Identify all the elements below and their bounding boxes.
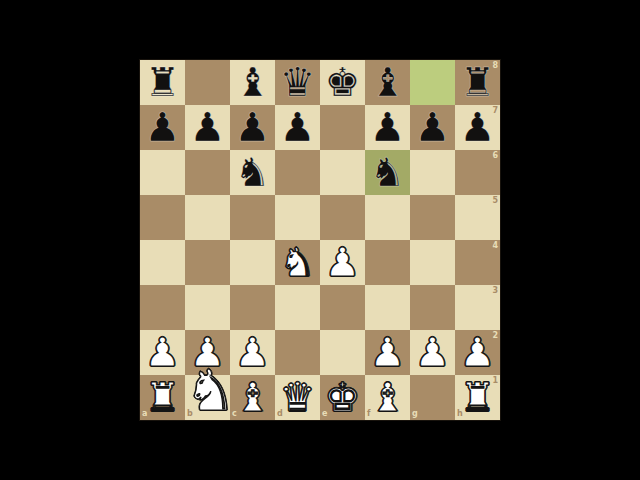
square-e3[interactable]: [320, 285, 365, 330]
white-pawn-a2[interactable]: ♟: [140, 330, 185, 375]
black-queen-d8[interactable]: ♛: [275, 60, 320, 105]
square-h8[interactable]: ♜8: [455, 60, 500, 105]
square-f2[interactable]: ♟: [365, 330, 410, 375]
file-label-a: a: [142, 410, 147, 418]
square-g2[interactable]: ♟: [410, 330, 455, 375]
square-c3[interactable]: [230, 285, 275, 330]
square-g1[interactable]: g: [410, 375, 455, 420]
square-a4[interactable]: [140, 240, 185, 285]
square-b7[interactable]: ♟: [185, 105, 230, 150]
file-label-c: c: [232, 410, 237, 418]
rank-label-2: 2: [492, 332, 498, 340]
square-e7[interactable]: [320, 105, 365, 150]
white-pawn-g2[interactable]: ♟: [410, 330, 455, 375]
rank-label-7: 7: [492, 107, 498, 115]
square-b4[interactable]: [185, 240, 230, 285]
white-knight-b1[interactable]: ♞: [185, 368, 230, 413]
square-d5[interactable]: [275, 195, 320, 240]
square-a7[interactable]: ♟: [140, 105, 185, 150]
square-h6[interactable]: 6: [455, 150, 500, 195]
white-bishop-f1[interactable]: ♝: [365, 375, 410, 420]
rank-label-1: 1: [492, 377, 498, 385]
black-bishop-c8[interactable]: ♝: [230, 60, 275, 105]
square-f5[interactable]: [365, 195, 410, 240]
letterbox-background: ♜♝♛♚♝♜8♟♟♟♟♟♟♟7♞♞65♞♟43♟♟♟♟♟♟2♜a♞b♝c♛d♚e…: [0, 0, 640, 480]
square-a5[interactable]: [140, 195, 185, 240]
file-label-g: g: [412, 410, 418, 418]
square-g5[interactable]: [410, 195, 455, 240]
square-a2[interactable]: ♟: [140, 330, 185, 375]
square-c5[interactable]: [230, 195, 275, 240]
square-e8[interactable]: ♚: [320, 60, 365, 105]
square-e4[interactable]: ♟: [320, 240, 365, 285]
square-h7[interactable]: ♟7: [455, 105, 500, 150]
black-knight-f6[interactable]: ♞: [365, 150, 410, 195]
file-label-d: d: [277, 410, 283, 418]
white-knight-d4[interactable]: ♞: [275, 240, 320, 285]
square-h5[interactable]: 5: [455, 195, 500, 240]
square-g7[interactable]: ♟: [410, 105, 455, 150]
black-pawn-g7[interactable]: ♟: [410, 105, 455, 150]
square-h2[interactable]: ♟2: [455, 330, 500, 375]
square-f1[interactable]: ♝f: [365, 375, 410, 420]
white-pawn-e4[interactable]: ♟: [320, 240, 365, 285]
square-f8[interactable]: ♝: [365, 60, 410, 105]
black-bishop-f8[interactable]: ♝: [365, 60, 410, 105]
square-h3[interactable]: 3: [455, 285, 500, 330]
rank-label-5: 5: [492, 197, 498, 205]
black-pawn-f7[interactable]: ♟: [365, 105, 410, 150]
black-pawn-a7[interactable]: ♟: [140, 105, 185, 150]
square-d6[interactable]: [275, 150, 320, 195]
square-e1[interactable]: ♚e: [320, 375, 365, 420]
black-pawn-c7[interactable]: ♟: [230, 105, 275, 150]
square-f6[interactable]: ♞: [365, 150, 410, 195]
file-label-h: h: [457, 410, 463, 418]
square-g4[interactable]: [410, 240, 455, 285]
square-g8[interactable]: [410, 60, 455, 105]
square-c4[interactable]: [230, 240, 275, 285]
square-d8[interactable]: ♛: [275, 60, 320, 105]
square-e5[interactable]: [320, 195, 365, 240]
square-f3[interactable]: [365, 285, 410, 330]
square-a3[interactable]: [140, 285, 185, 330]
white-pawn-f2[interactable]: ♟: [365, 330, 410, 375]
square-a6[interactable]: [140, 150, 185, 195]
square-e6[interactable]: [320, 150, 365, 195]
square-d2[interactable]: [275, 330, 320, 375]
square-g3[interactable]: [410, 285, 455, 330]
rank-label-3: 3: [492, 287, 498, 295]
white-pawn-c2[interactable]: ♟: [230, 330, 275, 375]
square-f7[interactable]: ♟: [365, 105, 410, 150]
square-b3[interactable]: [185, 285, 230, 330]
square-c1[interactable]: ♝c: [230, 375, 275, 420]
file-label-b: b: [187, 410, 193, 418]
square-g6[interactable]: [410, 150, 455, 195]
square-h1[interactable]: ♜1h: [455, 375, 500, 420]
black-pawn-b7[interactable]: ♟: [185, 105, 230, 150]
square-c2[interactable]: ♟: [230, 330, 275, 375]
black-pawn-d7[interactable]: ♟: [275, 105, 320, 150]
square-c8[interactable]: ♝: [230, 60, 275, 105]
square-a1[interactable]: ♜a: [140, 375, 185, 420]
square-d3[interactable]: [275, 285, 320, 330]
square-b6[interactable]: [185, 150, 230, 195]
square-a8[interactable]: ♜: [140, 60, 185, 105]
black-knight-c6[interactable]: ♞: [230, 150, 275, 195]
file-label-e: e: [322, 410, 327, 418]
black-king-e8[interactable]: ♚: [320, 60, 365, 105]
square-c6[interactable]: ♞: [230, 150, 275, 195]
square-e2[interactable]: [320, 330, 365, 375]
black-rook-a8[interactable]: ♜: [140, 60, 185, 105]
chess-board[interactable]: ♜♝♛♚♝♜8♟♟♟♟♟♟♟7♞♞65♞♟43♟♟♟♟♟♟2♜a♞b♝c♛d♚e…: [140, 60, 500, 420]
square-h4[interactable]: 4: [455, 240, 500, 285]
square-f4[interactable]: [365, 240, 410, 285]
square-b1[interactable]: ♞b: [185, 375, 230, 420]
file-label-f: f: [367, 410, 370, 418]
rank-label-8: 8: [492, 62, 498, 70]
square-d1[interactable]: ♛d: [275, 375, 320, 420]
square-c7[interactable]: ♟: [230, 105, 275, 150]
square-b8[interactable]: [185, 60, 230, 105]
rank-label-6: 6: [492, 152, 498, 160]
square-b5[interactable]: [185, 195, 230, 240]
square-d7[interactable]: ♟: [275, 105, 320, 150]
rank-label-4: 4: [492, 242, 498, 250]
square-d4[interactable]: ♞: [275, 240, 320, 285]
